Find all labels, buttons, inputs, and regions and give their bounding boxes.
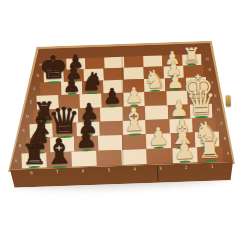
edge-label-A: A <box>15 159 18 163</box>
piece-black-knight-f6[interactable]: ♞ <box>81 70 104 96</box>
piece-black-pawn-b6[interactable]: ♟ <box>75 128 97 153</box>
piece-black-pawn-f7[interactable]: ♟ <box>62 75 80 95</box>
square-h4[interactable] <box>124 56 144 68</box>
edge-label-D: D <box>217 108 220 112</box>
edge-label-A: A <box>227 152 230 156</box>
edge-label-H: H <box>206 58 209 62</box>
piece-white-pawn-a2[interactable]: ♟ <box>173 138 196 164</box>
piece-white-bishop-c4[interactable]: ♝ <box>119 104 148 136</box>
piece-white-rook-a1[interactable]: ♜ <box>196 134 222 163</box>
edge-label-2: 2 <box>185 165 188 169</box>
edge-label-3: 3 <box>159 166 162 170</box>
edge-label-C: C <box>220 122 223 126</box>
scene: 87654321HGFEDCBAHGFEDCBA ♜♞♝♜♚♝♛♟♟♟♟♟♟♞♟… <box>0 0 238 238</box>
piece-white-pawn-b3[interactable]: ♟ <box>147 125 169 150</box>
square-a4[interactable] <box>122 149 148 165</box>
edge-label-6: 6 <box>82 169 85 173</box>
piece-white-knight-f3[interactable]: ♞ <box>143 68 166 94</box>
square-a5[interactable] <box>97 150 123 166</box>
chess-set-photo: 87654321HGFEDCBAHGFEDCBA ♜♞♝♜♚♝♛♟♟♟♟♟♟♞♟… <box>0 0 238 238</box>
square-b5[interactable] <box>98 135 123 151</box>
brass-clasp <box>226 95 231 106</box>
edge-label-5: 5 <box>108 168 111 172</box>
edge-label-B: B <box>224 137 227 141</box>
piece-black-bishop-a7[interactable]: ♝ <box>43 134 75 169</box>
square-g4[interactable] <box>124 67 144 80</box>
edge-label-E: E <box>30 101 32 105</box>
square-d3[interactable] <box>145 105 168 120</box>
piece-white-rook-h1[interactable]: ♜ <box>182 46 201 67</box>
edge-label-4: 4 <box>133 167 136 171</box>
edge-label-F: F <box>33 88 35 92</box>
